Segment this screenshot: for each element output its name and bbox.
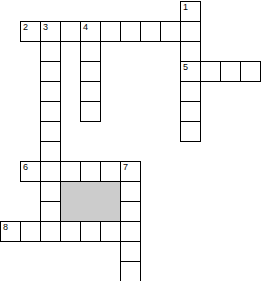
crossword-cell-r6-c9[interactable] — [180, 121, 201, 142]
crossword-cell-r0-c9[interactable]: 1 — [180, 1, 201, 22]
crossword-cell-r8-c5[interactable] — [100, 161, 121, 182]
clue-number-2: 2 — [23, 22, 28, 32]
crossword-cell-r9-c2[interactable] — [40, 181, 61, 202]
clue-number-7: 7 — [123, 162, 128, 172]
crossword-cell-r1-c8[interactable] — [160, 21, 181, 42]
crossword-cell-r3-c12[interactable] — [240, 61, 261, 82]
crossword-cell-r11-c3[interactable] — [60, 221, 81, 242]
crossword-cell-r11-c1[interactable] — [20, 221, 41, 242]
crossword-cell-r13-c6[interactable] — [120, 261, 141, 281]
crossword-cell-r5-c2[interactable] — [40, 101, 61, 122]
crossword-cell-r3-c2[interactable] — [40, 61, 61, 82]
crossword-cell-r1-c2[interactable]: 3 — [40, 21, 61, 42]
crossword-cell-r9-c6[interactable] — [120, 181, 141, 202]
crossword-cell-r1-c7[interactable] — [140, 21, 161, 42]
crossword-cell-r6-c2[interactable] — [40, 121, 61, 142]
crossword-cell-r1-c6[interactable] — [120, 21, 141, 42]
crossword-cell-r2-c2[interactable] — [40, 41, 61, 62]
crossword-cell-r4-c9[interactable] — [180, 81, 201, 102]
crossword-grid: 12345678 — [0, 1, 261, 281]
crossword-cell-r8-c6[interactable]: 7 — [120, 161, 141, 182]
crossword-cell-r10-c6[interactable] — [120, 201, 141, 222]
crossword-cell-r2-c4[interactable] — [80, 41, 101, 62]
crossword-cell-r11-c6[interactable] — [120, 221, 141, 242]
crossword-cell-r3-c10[interactable] — [200, 61, 221, 82]
crossword-puzzle: 12345678 — [0, 0, 261, 281]
crossword-cell-r1-c4[interactable]: 4 — [80, 21, 101, 42]
crossword-cell-r3-c9[interactable]: 5 — [180, 61, 201, 82]
crossword-cell-r8-c3[interactable] — [60, 161, 81, 182]
clue-number-3: 3 — [43, 22, 48, 32]
picture-placeholder-block — [60, 181, 121, 222]
crossword-cell-r11-c5[interactable] — [100, 221, 121, 242]
crossword-cell-r8-c2[interactable] — [40, 161, 61, 182]
crossword-cell-r11-c4[interactable] — [80, 221, 101, 242]
crossword-cell-r1-c3[interactable] — [60, 21, 81, 42]
clue-number-8: 8 — [3, 222, 8, 232]
crossword-cell-r8-c4[interactable] — [80, 161, 101, 182]
clue-number-5: 5 — [183, 62, 188, 72]
crossword-cell-r3-c11[interactable] — [220, 61, 241, 82]
crossword-cell-r11-c2[interactable] — [40, 221, 61, 242]
clue-number-4: 4 — [83, 22, 88, 32]
crossword-cell-r12-c6[interactable] — [120, 241, 141, 262]
crossword-cell-r1-c9[interactable] — [180, 21, 201, 42]
crossword-cell-r4-c4[interactable] — [80, 81, 101, 102]
crossword-cell-r7-c2[interactable] — [40, 141, 61, 162]
crossword-cell-r2-c9[interactable] — [180, 41, 201, 62]
crossword-cell-r10-c2[interactable] — [40, 201, 61, 222]
crossword-cell-r1-c5[interactable] — [100, 21, 121, 42]
crossword-cell-r4-c2[interactable] — [40, 81, 61, 102]
crossword-cell-r8-c1[interactable]: 6 — [20, 161, 41, 182]
crossword-cell-r5-c4[interactable] — [80, 101, 101, 122]
crossword-cell-r11-c0[interactable]: 8 — [0, 221, 21, 242]
clue-number-1: 1 — [183, 2, 188, 12]
crossword-cell-r5-c9[interactable] — [180, 101, 201, 122]
clue-number-6: 6 — [23, 162, 28, 172]
crossword-cell-r3-c4[interactable] — [80, 61, 101, 82]
crossword-cell-r1-c1[interactable]: 2 — [20, 21, 41, 42]
